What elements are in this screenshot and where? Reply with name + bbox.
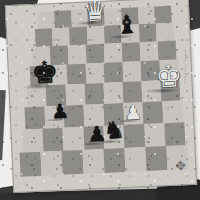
square-a1[interactable] bbox=[20, 152, 42, 177]
square-e2[interactable] bbox=[103, 125, 124, 149]
maker-stamp-icon: ✥ bbox=[175, 159, 187, 173]
square-f8[interactable] bbox=[121, 7, 139, 25]
square-b7[interactable] bbox=[52, 27, 70, 46]
square-g1[interactable] bbox=[145, 146, 167, 171]
square-h3[interactable] bbox=[162, 100, 183, 123]
square-f3[interactable] bbox=[123, 102, 144, 125]
square-d1[interactable] bbox=[82, 149, 104, 174]
board-grid bbox=[13, 5, 188, 178]
square-e4[interactable] bbox=[103, 82, 123, 104]
square-g4[interactable] bbox=[141, 80, 161, 102]
square-c8[interactable] bbox=[71, 10, 89, 28]
square-c7[interactable] bbox=[69, 27, 87, 46]
square-f6[interactable] bbox=[122, 42, 141, 62]
square-b6[interactable] bbox=[50, 45, 69, 65]
square-b4[interactable] bbox=[46, 85, 66, 107]
square-f2[interactable] bbox=[124, 124, 145, 148]
square-c1[interactable] bbox=[61, 150, 83, 175]
square-b8[interactable] bbox=[54, 10, 72, 28]
square-d8[interactable] bbox=[87, 9, 105, 27]
square-d7[interactable] bbox=[87, 26, 105, 45]
square-e1[interactable] bbox=[103, 148, 125, 173]
square-a2[interactable] bbox=[22, 129, 43, 153]
square-c5[interactable] bbox=[67, 64, 87, 85]
square-e7[interactable] bbox=[104, 25, 122, 44]
square-g3[interactable] bbox=[143, 101, 164, 124]
square-c6[interactable] bbox=[68, 45, 87, 65]
square-f5[interactable] bbox=[122, 61, 142, 82]
square-g6[interactable] bbox=[140, 41, 159, 61]
square-b5[interactable] bbox=[48, 65, 68, 86]
square-g8[interactable] bbox=[138, 6, 156, 24]
square-h8[interactable] bbox=[154, 6, 172, 24]
square-h2[interactable] bbox=[164, 122, 185, 146]
square-a7[interactable] bbox=[35, 28, 53, 47]
square-d4[interactable] bbox=[84, 83, 104, 105]
square-a3[interactable] bbox=[24, 107, 45, 130]
chess-board: ✥ bbox=[5, 0, 197, 193]
square-e8[interactable] bbox=[104, 8, 122, 26]
square-f4[interactable] bbox=[122, 81, 142, 103]
square-d3[interactable] bbox=[84, 104, 105, 127]
square-g2[interactable] bbox=[144, 123, 165, 147]
square-d5[interactable] bbox=[85, 63, 105, 84]
square-c3[interactable] bbox=[64, 105, 85, 128]
square-h4[interactable] bbox=[161, 79, 181, 101]
square-e3[interactable] bbox=[103, 103, 124, 126]
square-h7[interactable] bbox=[156, 23, 174, 42]
square-a5[interactable] bbox=[29, 65, 49, 86]
square-e5[interactable] bbox=[104, 62, 124, 83]
square-g7[interactable] bbox=[139, 23, 157, 42]
square-b3[interactable] bbox=[44, 106, 65, 129]
square-d2[interactable] bbox=[83, 126, 104, 150]
square-b2[interactable] bbox=[42, 128, 63, 152]
square-c2[interactable] bbox=[63, 127, 84, 151]
edge-marking bbox=[184, 50, 189, 84]
square-h6[interactable] bbox=[158, 41, 177, 61]
photo-edge-shadow bbox=[0, 90, 6, 160]
square-d6[interactable] bbox=[86, 44, 105, 64]
square-g5[interactable] bbox=[141, 60, 161, 81]
square-h5[interactable] bbox=[160, 59, 180, 80]
square-e6[interactable] bbox=[104, 43, 123, 63]
square-a4[interactable] bbox=[27, 85, 47, 107]
square-a8[interactable] bbox=[37, 11, 55, 29]
square-b1[interactable] bbox=[41, 151, 63, 176]
square-f7[interactable] bbox=[121, 24, 139, 43]
square-a6[interactable] bbox=[32, 46, 51, 66]
square-f1[interactable] bbox=[124, 147, 146, 172]
square-c4[interactable] bbox=[65, 84, 85, 106]
photo-scene: ✥ ♛♝♚♚♟♟♟♞ bbox=[0, 0, 200, 200]
